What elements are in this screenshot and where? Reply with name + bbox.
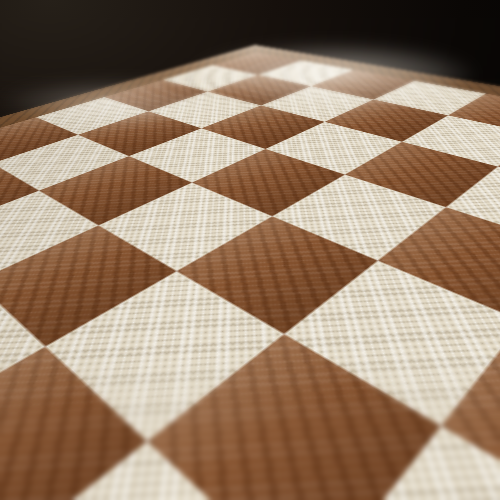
board-square[interactable]: [310, 426, 500, 500]
photo-background: [0, 0, 500, 500]
board-square[interactable]: [147, 334, 441, 500]
board-grid: [0, 0, 500, 253]
board-square[interactable]: [0, 441, 310, 500]
board-scene: [0, 0, 500, 500]
board-square[interactable]: [45, 271, 284, 441]
board-square[interactable]: [284, 261, 500, 426]
board-square[interactable]: [0, 347, 147, 500]
board-square[interactable]: [441, 322, 500, 500]
chessboard: [0, 0, 500, 256]
board-square[interactable]: [0, 282, 45, 457]
